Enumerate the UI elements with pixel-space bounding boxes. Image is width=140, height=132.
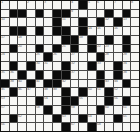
clue-number: 44 — [114, 80, 118, 82]
white-cell-r14c15[interactable]: 65 — [123, 115, 131, 123]
white-cell-r1c7[interactable] — [53, 1, 61, 9]
black-cell-r13c12 — [97, 106, 105, 114]
white-cell-r15c7[interactable] — [53, 123, 61, 131]
white-cell-r2c14[interactable] — [114, 10, 122, 18]
black-cell-r7c6 — [44, 53, 52, 61]
white-cell-r12c16[interactable] — [131, 97, 139, 105]
white-cell-r3c11[interactable] — [88, 18, 96, 26]
white-cell-r14c1[interactable] — [1, 115, 9, 123]
clue-number: 5 — [88, 1, 90, 3]
white-cell-r6c3[interactable]: 20 — [18, 45, 26, 53]
white-cell-r4c4[interactable] — [27, 27, 35, 35]
white-cell-r8c16[interactable] — [131, 62, 139, 70]
white-cell-r12c7[interactable] — [53, 97, 61, 105]
white-cell-r15c4[interactable] — [27, 123, 35, 131]
white-cell-r15c13[interactable] — [105, 123, 113, 131]
clue-number: 29 — [123, 53, 127, 55]
white-cell-r11c7[interactable]: 49 — [53, 88, 61, 96]
white-cell-r6c10[interactable] — [79, 45, 87, 53]
white-cell-r10c11[interactable] — [88, 80, 96, 88]
white-cell-r12c14[interactable]: 56 — [114, 97, 122, 105]
white-cell-r6c4[interactable] — [27, 45, 35, 53]
white-cell-r13c11[interactable] — [88, 106, 96, 114]
white-cell-r12c3[interactable] — [18, 97, 26, 105]
clue-number: 54 — [44, 97, 48, 99]
clue-number: 13 — [123, 18, 127, 20]
white-cell-r8c9[interactable]: 32 — [71, 62, 79, 70]
white-cell-r4c12[interactable]: 15 — [97, 27, 105, 35]
white-cell-r6c13[interactable]: 23 — [105, 45, 113, 53]
white-cell-r14c12[interactable] — [97, 115, 105, 123]
white-cell-r10c13[interactable]: 43 — [105, 80, 113, 88]
white-cell-r14c6[interactable] — [44, 115, 52, 123]
white-cell-r9c9[interactable]: 37 — [71, 71, 79, 79]
clue-number: 27 — [71, 53, 75, 55]
white-cell-r8c1[interactable] — [1, 62, 9, 70]
white-cell-r8c13[interactable] — [105, 62, 113, 70]
white-cell-r15c1[interactable]: 66 — [1, 123, 9, 131]
clue-number: 6 — [97, 1, 99, 3]
black-cell-r2c3 — [18, 10, 26, 18]
clue-number: 38 — [123, 71, 127, 73]
white-cell-r14c16[interactable] — [131, 115, 139, 123]
white-cell-r7c14[interactable] — [114, 53, 122, 61]
white-cell-r5c3[interactable]: 18 — [18, 36, 26, 44]
white-cell-r10c8[interactable]: 42 — [62, 80, 70, 88]
clue-number: 53 — [1, 97, 5, 99]
clue-number: 28 — [105, 53, 109, 55]
white-cell-r12c10[interactable]: 55 — [79, 97, 87, 105]
white-cell-r5c14[interactable] — [114, 36, 122, 44]
white-cell-r13c14[interactable] — [114, 106, 122, 114]
black-cell-r8c4 — [27, 62, 35, 70]
clue-number: 46 — [18, 88, 22, 90]
white-cell-r2c10[interactable] — [79, 10, 87, 18]
clue-number: 8 — [131, 1, 133, 3]
white-cell-r14c9[interactable] — [71, 115, 79, 123]
white-cell-r14c5[interactable] — [36, 115, 44, 123]
black-cell-r5c8 — [62, 36, 70, 44]
white-cell-r4c14[interactable]: 16 — [114, 27, 122, 35]
white-cell-r9c2[interactable]: 36 — [10, 71, 18, 79]
clue-number: 58 — [36, 106, 40, 108]
white-cell-r8c15[interactable]: 34 — [123, 62, 131, 70]
clue-number: 41 — [36, 80, 40, 82]
white-cell-r12c11[interactable] — [88, 97, 96, 105]
white-cell-r15c10[interactable] — [79, 123, 87, 131]
clue-number: 15 — [97, 27, 101, 29]
black-cell-r9c14 — [114, 71, 122, 79]
crossword-grid: 1234567891011121314151617181920212223242… — [0, 0, 140, 132]
white-cell-r7c15[interactable]: 29 — [123, 53, 131, 61]
white-cell-r13c13[interactable]: 60 — [105, 106, 113, 114]
white-cell-r10c10[interactable] — [79, 80, 87, 88]
white-cell-r12c6[interactable]: 54 — [44, 97, 52, 105]
clue-number: 57 — [1, 106, 5, 108]
white-cell-r1c2[interactable] — [10, 1, 18, 9]
white-cell-r1c4[interactable]: 2 — [27, 1, 35, 9]
clue-number: 35 — [1, 71, 5, 73]
white-cell-r8c12[interactable]: 33 — [97, 62, 105, 70]
white-cell-r2c6[interactable] — [44, 10, 52, 18]
clue-number: 62 — [18, 115, 22, 117]
white-cell-r15c15[interactable] — [123, 123, 131, 131]
white-cell-r13c4[interactable] — [27, 106, 35, 114]
black-cell-r1c10 — [79, 1, 87, 9]
white-cell-r14c3[interactable]: 62 — [18, 115, 26, 123]
white-cell-r4c16[interactable] — [131, 27, 139, 35]
clue-number: 20 — [18, 45, 22, 47]
clue-number: 40 — [18, 80, 22, 82]
white-cell-r5c4[interactable] — [27, 36, 35, 44]
white-cell-r8c5[interactable]: 30 — [36, 62, 44, 70]
white-cell-r12c2[interactable] — [10, 97, 18, 105]
white-cell-r3c8[interactable]: 11 — [62, 18, 70, 26]
black-cell-r2c5 — [36, 10, 44, 18]
black-cell-r2c2 — [10, 10, 18, 18]
white-cell-r6c1[interactable] — [1, 45, 9, 53]
white-cell-r2c16[interactable] — [131, 10, 139, 18]
clue-number: 3 — [44, 1, 46, 3]
black-cell-r12c13 — [105, 97, 113, 105]
clue-number: 36 — [10, 71, 14, 73]
black-cell-r8c14 — [114, 62, 122, 70]
white-cell-r5c1[interactable]: 17 — [1, 36, 9, 44]
black-cell-r3c10 — [79, 18, 87, 26]
clue-number: 61 — [123, 106, 127, 108]
clue-number: 43 — [105, 80, 109, 82]
black-cell-r11c8 — [62, 88, 70, 96]
clue-number: 26 — [53, 53, 57, 55]
white-cell-r4c15[interactable] — [123, 27, 131, 35]
clue-number: 2 — [27, 1, 29, 3]
black-cell-r11c10 — [79, 88, 87, 96]
white-cell-r4c9[interactable] — [71, 27, 79, 35]
clue-number: 31 — [44, 62, 48, 64]
white-cell-r7c4[interactable] — [27, 53, 35, 61]
clue-number: 4 — [71, 1, 73, 3]
black-cell-r5c9 — [71, 36, 79, 44]
white-cell-r6c14[interactable] — [114, 45, 122, 53]
white-cell-r11c11[interactable]: 50 — [88, 88, 96, 96]
black-cell-r10c4 — [27, 80, 35, 88]
clue-number: 47 — [27, 88, 31, 90]
clue-number: 51 — [97, 88, 101, 90]
white-cell-r1c3[interactable] — [18, 1, 26, 9]
white-cell-r3c6[interactable] — [44, 18, 52, 26]
clue-number: 42 — [62, 80, 66, 82]
white-cell-r10c9[interactable] — [71, 80, 79, 88]
white-cell-r11c3[interactable]: 46 — [18, 88, 26, 96]
white-cell-r1c9[interactable]: 4 — [71, 1, 79, 9]
white-cell-r1c5[interactable] — [36, 1, 44, 9]
white-cell-r3c13[interactable]: 12 — [105, 18, 113, 26]
white-cell-r1c11[interactable]: 5 — [88, 1, 96, 9]
white-cell-r2c11[interactable] — [88, 10, 96, 18]
clue-number: 16 — [114, 27, 118, 29]
white-cell-r7c8[interactable] — [62, 53, 70, 61]
clue-number: 21 — [62, 45, 66, 47]
black-cell-r3c7 — [53, 18, 61, 26]
clue-number: 52 — [114, 88, 118, 90]
black-cell-r14c7 — [53, 115, 61, 123]
white-cell-r7c9[interactable]: 27 — [71, 53, 79, 61]
white-cell-r4c6[interactable] — [44, 27, 52, 35]
white-cell-r1c15[interactable] — [123, 1, 131, 9]
clue-number: 48 — [44, 88, 48, 90]
black-cell-r4c2 — [10, 27, 18, 35]
white-cell-r13c10[interactable] — [79, 106, 87, 114]
black-cell-r11c2 — [10, 88, 18, 96]
white-cell-r6c12[interactable]: 22 — [97, 45, 105, 53]
black-cell-r4c3 — [18, 27, 26, 35]
white-cell-r5c5[interactable] — [36, 36, 44, 44]
white-cell-r7c11[interactable] — [88, 53, 96, 61]
black-cell-r9c12 — [97, 71, 105, 79]
white-cell-r9c11[interactable] — [88, 71, 96, 79]
white-cell-r13c3[interactable] — [18, 106, 26, 114]
clue-number: 23 — [105, 45, 109, 47]
clue-number: 32 — [71, 62, 75, 64]
white-cell-r5c10[interactable]: 19 — [79, 36, 87, 44]
black-cell-r4c8 — [62, 27, 70, 35]
black-cell-r6c15 — [123, 45, 131, 53]
black-cell-r6c2 — [10, 45, 18, 53]
black-cell-r3c14 — [114, 18, 122, 26]
black-cell-r13c8 — [62, 106, 70, 114]
clue-number: 65 — [123, 115, 127, 117]
white-cell-r5c16[interactable] — [131, 36, 139, 44]
clue-number: 68 — [97, 123, 101, 125]
white-cell-r11c9[interactable] — [71, 88, 79, 96]
black-cell-r2c8 — [62, 10, 70, 18]
black-cell-r10c1 — [1, 80, 9, 88]
black-cell-r2c7 — [53, 10, 61, 18]
black-cell-r2c13 — [105, 10, 113, 18]
white-cell-r10c5[interactable]: 41 — [36, 80, 44, 88]
clue-number: 39 — [10, 80, 14, 82]
clue-number: 1 — [1, 1, 3, 3]
clue-number: 19 — [79, 36, 83, 38]
clue-number: 10 — [1, 18, 5, 20]
black-cell-r8c2 — [10, 62, 18, 70]
white-cell-r15c14[interactable] — [114, 123, 122, 131]
white-cell-r3c4[interactable] — [27, 18, 35, 26]
black-cell-r9c8 — [62, 71, 70, 79]
black-cell-r9c7 — [53, 71, 61, 79]
white-cell-r9c6[interactable] — [44, 71, 52, 79]
clue-number: 59 — [71, 106, 75, 108]
black-cell-r14c14 — [114, 115, 122, 123]
black-cell-r12c15 — [123, 97, 131, 105]
black-cell-r7c12 — [97, 53, 105, 61]
white-cell-r4c1[interactable] — [1, 27, 9, 35]
black-cell-r5c13 — [105, 36, 113, 44]
white-cell-r14c4[interactable] — [27, 115, 35, 123]
clue-number: 17 — [1, 36, 5, 38]
white-cell-r1c12[interactable]: 6 — [97, 1, 105, 9]
black-cell-r2c15 — [123, 10, 131, 18]
white-cell-r2c12[interactable] — [97, 10, 105, 18]
white-cell-r9c10[interactable] — [79, 71, 87, 79]
white-cell-r14c11[interactable]: 64 — [88, 115, 96, 123]
black-cell-r8c11 — [88, 62, 96, 70]
clue-number: 11 — [62, 18, 66, 20]
white-cell-r11c15[interactable] — [123, 88, 131, 96]
black-cell-r6c11 — [88, 45, 96, 53]
white-cell-r1c6[interactable]: 3 — [44, 1, 52, 9]
white-cell-r14c13[interactable] — [105, 115, 113, 123]
white-cell-r4c13[interactable] — [105, 27, 113, 35]
black-cell-r3c12 — [97, 18, 105, 26]
black-cell-r4c7 — [53, 27, 61, 35]
white-cell-r12c4[interactable] — [27, 97, 35, 105]
white-cell-r15c16[interactable] — [131, 123, 139, 131]
black-cell-r5c15 — [123, 36, 131, 44]
black-cell-r11c13 — [105, 88, 113, 96]
black-cell-r14c10 — [79, 115, 87, 123]
white-cell-r15c12[interactable]: 68 — [97, 123, 105, 131]
white-cell-r3c5[interactable] — [36, 18, 44, 26]
white-cell-r7c13[interactable]: 28 — [105, 53, 113, 61]
black-cell-r12c9 — [71, 97, 79, 105]
white-cell-r11c1[interactable]: 45 — [1, 88, 9, 96]
white-cell-r3c3[interactable] — [18, 18, 26, 26]
white-cell-r10c3[interactable]: 40 — [18, 80, 26, 88]
white-cell-r5c12[interactable] — [97, 36, 105, 44]
white-cell-r3c9[interactable] — [71, 18, 79, 26]
white-cell-r15c3[interactable] — [18, 123, 26, 131]
white-cell-r15c2[interactable] — [10, 123, 18, 131]
white-cell-r13c5[interactable]: 58 — [36, 106, 44, 114]
black-cell-r10c12 — [97, 80, 105, 88]
white-cell-r1c8[interactable] — [62, 1, 70, 9]
white-cell-r2c9[interactable]: 9 — [71, 10, 79, 18]
white-cell-r15c9[interactable]: 67 — [71, 123, 79, 131]
clue-number: 45 — [1, 88, 5, 90]
white-cell-r8c10[interactable] — [79, 62, 87, 70]
white-cell-r7c5[interactable]: 25 — [36, 53, 44, 61]
clue-number: 25 — [36, 53, 40, 55]
clue-number: 18 — [18, 36, 22, 38]
white-cell-r15c6[interactable] — [44, 123, 52, 131]
clue-number: 49 — [53, 88, 57, 90]
white-cell-r5c6[interactable] — [44, 36, 52, 44]
white-cell-r9c13[interactable] — [105, 71, 113, 79]
white-cell-r2c4[interactable] — [27, 10, 35, 18]
white-cell-r6c8[interactable]: 21 — [62, 45, 70, 53]
white-cell-r15c5[interactable] — [36, 123, 44, 131]
clue-number: 22 — [97, 45, 101, 47]
white-cell-r13c1[interactable]: 57 — [1, 106, 9, 114]
white-cell-r1c13[interactable] — [105, 1, 113, 9]
white-cell-r7c2[interactable] — [10, 53, 18, 61]
black-cell-r6c5 — [36, 45, 44, 53]
black-cell-r12c8 — [62, 97, 70, 105]
black-cell-r10c7 — [53, 80, 61, 88]
black-cell-r15c11 — [88, 123, 96, 131]
white-cell-r3c16[interactable] — [131, 18, 139, 26]
white-cell-r6c16[interactable] — [131, 45, 139, 53]
white-cell-r11c5[interactable] — [36, 88, 44, 96]
white-cell-r8c6[interactable]: 31 — [44, 62, 52, 70]
black-cell-r10c15 — [123, 80, 131, 88]
white-cell-r6c6[interactable] — [44, 45, 52, 53]
white-cell-r11c4[interactable]: 47 — [27, 88, 35, 96]
clue-number: 9 — [71, 10, 73, 12]
white-cell-r10c14[interactable]: 44 — [114, 80, 122, 88]
black-cell-r6c7 — [53, 45, 61, 53]
white-cell-r9c4[interactable] — [27, 71, 35, 79]
white-cell-r8c3[interactable] — [18, 62, 26, 70]
white-cell-r8c7[interactable] — [53, 62, 61, 70]
white-cell-r13c9[interactable]: 59 — [71, 106, 79, 114]
white-cell-r13c15[interactable]: 61 — [123, 106, 131, 114]
white-cell-r4c11[interactable]: 14 — [88, 27, 96, 35]
clue-number: 63 — [62, 115, 66, 117]
white-cell-r5c7[interactable] — [53, 36, 61, 44]
white-cell-r7c10[interactable] — [79, 53, 87, 61]
white-cell-r13c16[interactable] — [131, 106, 139, 114]
black-cell-r4c5 — [36, 27, 44, 35]
black-cell-r8c8 — [62, 62, 70, 70]
clue-number: 24 — [1, 53, 5, 55]
clue-number: 56 — [114, 97, 118, 99]
white-cell-r13c2[interactable] — [10, 106, 18, 114]
white-cell-r1c14[interactable]: 7 — [114, 1, 122, 9]
white-cell-r12c12[interactable] — [97, 97, 105, 105]
white-cell-r13c7[interactable] — [53, 106, 61, 114]
clue-number: 60 — [105, 106, 109, 108]
black-cell-r6c9 — [71, 45, 79, 53]
black-cell-r5c11 — [88, 36, 96, 44]
clue-number: 67 — [71, 123, 75, 125]
white-cell-r3c15[interactable]: 13 — [123, 18, 131, 26]
white-cell-r11c6[interactable]: 48 — [44, 88, 52, 96]
white-cell-r2c1[interactable] — [1, 10, 9, 18]
white-cell-r12c1[interactable]: 53 — [1, 97, 9, 105]
clue-number: 7 — [114, 1, 116, 3]
white-cell-r7c3[interactable] — [18, 53, 26, 61]
white-cell-r10c2[interactable]: 39 — [10, 80, 18, 88]
white-cell-r7c1[interactable]: 24 — [1, 53, 9, 61]
white-cell-r7c16[interactable] — [131, 53, 139, 61]
white-cell-r11c12[interactable]: 51 — [97, 88, 105, 96]
black-cell-r9c5 — [36, 71, 44, 79]
clue-number: 14 — [88, 27, 92, 29]
white-cell-r11c14[interactable]: 52 — [114, 88, 122, 96]
clue-number: 33 — [97, 62, 101, 64]
white-cell-r9c1[interactable]: 35 — [1, 71, 9, 79]
black-cell-r12c5 — [36, 97, 44, 105]
white-cell-r3c1[interactable]: 10 — [1, 18, 9, 26]
black-cell-r14c2 — [10, 115, 18, 123]
white-cell-r1c16[interactable]: 8 — [131, 1, 139, 9]
black-cell-r4c10 — [79, 27, 87, 35]
white-cell-r3c2[interactable] — [10, 18, 18, 26]
black-cell-r10c6 — [44, 80, 52, 88]
white-cell-r14c8[interactable]: 63 — [62, 115, 70, 123]
white-cell-r5c2[interactable] — [10, 36, 18, 44]
white-cell-r9c15[interactable]: 38 — [123, 71, 131, 79]
white-cell-r1c1[interactable]: 1 — [1, 1, 9, 9]
clue-number: 34 — [123, 62, 127, 64]
white-cell-r11c16[interactable] — [131, 88, 139, 96]
clue-number: 50 — [88, 88, 92, 90]
white-cell-r10c16[interactable] — [131, 80, 139, 88]
white-cell-r7c7[interactable]: 26 — [53, 53, 61, 61]
white-cell-r9c16[interactable] — [131, 71, 139, 79]
